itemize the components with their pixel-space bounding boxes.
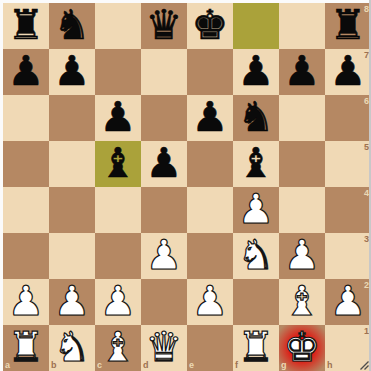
square-a5[interactable] (3, 141, 49, 187)
square-c8[interactable] (95, 3, 141, 49)
piece-white-rook[interactable]: ♜ (238, 327, 275, 368)
square-e1[interactable]: e (187, 325, 233, 371)
piece-white-pawn[interactable]: ♟ (8, 281, 45, 322)
piece-black-pawn[interactable]: ♟ (146, 143, 183, 184)
piece-white-bishop[interactable]: ♝ (284, 281, 321, 322)
square-a8[interactable]: ♜ (3, 3, 49, 49)
square-g2[interactable]: ♝ (279, 279, 325, 325)
piece-black-rook[interactable]: ♜ (330, 5, 367, 46)
square-g6[interactable] (279, 95, 325, 141)
square-a3[interactable] (3, 233, 49, 279)
piece-black-pawn[interactable]: ♟ (238, 51, 275, 92)
piece-black-pawn[interactable]: ♟ (100, 97, 137, 138)
square-h3[interactable]: 3 (325, 233, 371, 279)
piece-black-bishop[interactable]: ♝ (100, 143, 137, 184)
square-d6[interactable] (141, 95, 187, 141)
square-f2[interactable] (233, 279, 279, 325)
piece-white-pawn[interactable]: ♟ (146, 235, 183, 276)
square-c4[interactable] (95, 187, 141, 233)
square-g3[interactable]: ♟ (279, 233, 325, 279)
square-f7[interactable]: ♟ (233, 49, 279, 95)
square-g4[interactable] (279, 187, 325, 233)
piece-black-knight[interactable]: ♞ (54, 5, 91, 46)
piece-black-rook[interactable]: ♜ (8, 5, 45, 46)
square-b8[interactable]: ♞ (49, 3, 95, 49)
piece-white-bishop[interactable]: ♝ (100, 327, 137, 368)
square-c3[interactable] (95, 233, 141, 279)
square-d1[interactable]: ♛d (141, 325, 187, 371)
piece-white-pawn[interactable]: ♟ (192, 281, 229, 322)
chess-board[interactable]: ♜♞♛♚♜8♟♟♟♟♟7♟♟♞6♝♟♝5♟4♟♞♟3♟♟♟♟♝♟2♜a♞b♝c♛… (3, 3, 371, 371)
square-a6[interactable] (3, 95, 49, 141)
square-d2[interactable] (141, 279, 187, 325)
square-b1[interactable]: ♞b (49, 325, 95, 371)
piece-black-pawn[interactable]: ♟ (54, 51, 91, 92)
square-b3[interactable] (49, 233, 95, 279)
square-a1[interactable]: ♜a (3, 325, 49, 371)
square-h2[interactable]: ♟2 (325, 279, 371, 325)
square-e5[interactable] (187, 141, 233, 187)
board-frame: ♜♞♛♚♜8♟♟♟♟♟7♟♟♞6♝♟♝5♟4♟♞♟3♟♟♟♟♝♟2♜a♞b♝c♛… (0, 0, 371, 371)
square-d4[interactable] (141, 187, 187, 233)
square-h7[interactable]: ♟7 (325, 49, 371, 95)
square-f5[interactable]: ♝ (233, 141, 279, 187)
piece-white-queen[interactable]: ♛ (146, 327, 183, 368)
file-label-e: e (189, 361, 194, 370)
square-b5[interactable] (49, 141, 95, 187)
piece-black-king[interactable]: ♚ (192, 5, 229, 46)
square-h6[interactable]: 6 (325, 95, 371, 141)
piece-white-pawn[interactable]: ♟ (330, 281, 367, 322)
piece-white-rook[interactable]: ♜ (8, 327, 45, 368)
square-d8[interactable]: ♛ (141, 3, 187, 49)
square-b2[interactable]: ♟ (49, 279, 95, 325)
square-e4[interactable] (187, 187, 233, 233)
square-c6[interactable]: ♟ (95, 95, 141, 141)
piece-black-queen[interactable]: ♛ (146, 5, 183, 46)
piece-white-pawn[interactable]: ♟ (54, 281, 91, 322)
square-h5[interactable]: 5 (325, 141, 371, 187)
piece-white-pawn[interactable]: ♟ (100, 281, 137, 322)
square-e2[interactable]: ♟ (187, 279, 233, 325)
square-e8[interactable]: ♚ (187, 3, 233, 49)
square-a7[interactable]: ♟ (3, 49, 49, 95)
square-f6[interactable]: ♞ (233, 95, 279, 141)
piece-black-knight[interactable]: ♞ (238, 97, 275, 138)
square-b6[interactable] (49, 95, 95, 141)
square-f3[interactable]: ♞ (233, 233, 279, 279)
piece-black-pawn[interactable]: ♟ (330, 51, 367, 92)
square-d7[interactable] (141, 49, 187, 95)
square-f1[interactable]: ♜f (233, 325, 279, 371)
square-f4[interactable]: ♟ (233, 187, 279, 233)
square-f8[interactable] (233, 3, 279, 49)
piece-black-pawn[interactable]: ♟ (8, 51, 45, 92)
piece-black-pawn[interactable]: ♟ (192, 97, 229, 138)
square-c5[interactable]: ♝ (95, 141, 141, 187)
piece-black-bishop[interactable]: ♝ (238, 143, 275, 184)
square-b7[interactable]: ♟ (49, 49, 95, 95)
square-c1[interactable]: ♝c (95, 325, 141, 371)
square-h4[interactable]: 4 (325, 187, 371, 233)
piece-white-knight[interactable]: ♞ (238, 235, 275, 276)
square-e6[interactable]: ♟ (187, 95, 233, 141)
square-a4[interactable] (3, 187, 49, 233)
file-label-h: h (327, 361, 333, 370)
square-c2[interactable]: ♟ (95, 279, 141, 325)
resize-handle-icon[interactable] (359, 360, 369, 370)
square-h8[interactable]: ♜8 (325, 3, 371, 49)
square-d5[interactable]: ♟ (141, 141, 187, 187)
last-move-highlight-f8 (233, 3, 279, 49)
piece-white-knight[interactable]: ♞ (54, 327, 91, 368)
piece-white-pawn[interactable]: ♟ (238, 189, 275, 230)
piece-white-pawn[interactable]: ♟ (284, 235, 321, 276)
square-e7[interactable] (187, 49, 233, 95)
square-e3[interactable] (187, 233, 233, 279)
square-g1[interactable]: ♚g (279, 325, 325, 371)
piece-black-pawn[interactable]: ♟ (284, 51, 321, 92)
square-a2[interactable]: ♟ (3, 279, 49, 325)
square-g5[interactable] (279, 141, 325, 187)
square-g8[interactable] (279, 3, 325, 49)
piece-white-king[interactable]: ♚ (284, 327, 321, 368)
square-c7[interactable] (95, 49, 141, 95)
square-b4[interactable] (49, 187, 95, 233)
square-g7[interactable]: ♟ (279, 49, 325, 95)
square-d3[interactable]: ♟ (141, 233, 187, 279)
